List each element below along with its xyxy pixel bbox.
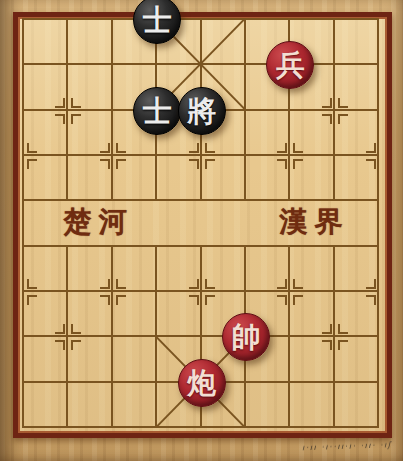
grid-line-horizontal — [22, 18, 379, 20]
star-point-bracket — [189, 159, 199, 169]
star-point-bracket — [322, 98, 332, 108]
star-point-bracket — [205, 159, 215, 169]
piece-glyph: 帥 — [232, 314, 261, 360]
piece-glyph: 士 — [143, 88, 172, 134]
star-point-bracket — [277, 279, 287, 289]
grid-line-vertical — [377, 18, 379, 428]
star-point-bracket — [27, 279, 37, 289]
river-label-right: 漢界 — [269, 205, 353, 239]
piece-black-advisor-2[interactable]: 士 — [133, 87, 181, 135]
star-point-bracket — [205, 279, 215, 289]
star-point-bracket — [189, 295, 199, 305]
piece-glyph: 士 — [143, 0, 172, 43]
star-point-bracket — [366, 295, 376, 305]
star-point-bracket — [71, 324, 81, 334]
star-point-bracket — [322, 324, 332, 334]
star-point-bracket — [189, 279, 199, 289]
star-point-bracket — [116, 143, 126, 153]
star-point-bracket — [27, 295, 37, 305]
star-point-bracket — [205, 143, 215, 153]
piece-glyph: 將 — [187, 88, 216, 134]
star-point-bracket — [293, 143, 303, 153]
xiangqi-game-screen: 士士將兵帥炮 楚河 漢界 ı·ıı ·ı··ıı·ı· ·ıı· ·ıʃ — [0, 0, 403, 461]
piece-glyph: 兵 — [276, 42, 305, 88]
star-point-bracket — [322, 340, 332, 350]
star-point-bracket — [366, 279, 376, 289]
grid-line-horizontal — [22, 154, 379, 156]
star-point-bracket — [277, 143, 287, 153]
star-point-bracket — [366, 143, 376, 153]
star-point-bracket — [100, 143, 110, 153]
star-point-bracket — [189, 143, 199, 153]
grid-line-horizontal — [22, 290, 379, 292]
star-point-bracket — [100, 295, 110, 305]
star-point-bracket — [338, 324, 348, 334]
star-point-bracket — [338, 340, 348, 350]
star-point-bracket — [71, 114, 81, 124]
star-point-bracket — [27, 159, 37, 169]
piece-red-general[interactable]: 帥 — [222, 313, 270, 361]
grid-line-horizontal — [22, 426, 379, 428]
star-point-bracket — [100, 159, 110, 169]
river-label-left: 楚河 — [53, 205, 137, 239]
star-point-bracket — [27, 143, 37, 153]
star-point-bracket — [55, 98, 65, 108]
grid-line-horizontal — [22, 245, 379, 247]
star-point-bracket — [338, 98, 348, 108]
star-point-bracket — [338, 114, 348, 124]
star-point-bracket — [277, 159, 287, 169]
grid-line-horizontal — [22, 199, 379, 201]
star-point-bracket — [366, 159, 376, 169]
star-point-bracket — [55, 114, 65, 124]
piece-black-general[interactable]: 將 — [178, 87, 226, 135]
star-point-bracket — [55, 324, 65, 334]
star-point-bracket — [100, 279, 110, 289]
star-point-bracket — [205, 295, 215, 305]
star-point-bracket — [71, 340, 81, 350]
piece-glyph: 炮 — [187, 360, 216, 406]
watermark-signature: ı·ıı ·ı··ıı·ı· ·ıı· ·ıʃ — [288, 440, 392, 453]
piece-red-cannon[interactable]: 炮 — [178, 359, 226, 407]
star-point-bracket — [71, 98, 81, 108]
star-point-bracket — [293, 279, 303, 289]
star-point-bracket — [116, 159, 126, 169]
star-point-bracket — [293, 159, 303, 169]
star-point-bracket — [293, 295, 303, 305]
star-point-bracket — [55, 340, 65, 350]
star-point-bracket — [322, 114, 332, 124]
grid-line-horizontal — [22, 335, 379, 337]
grid-line-vertical — [22, 18, 24, 428]
star-point-bracket — [277, 295, 287, 305]
piece-red-soldier[interactable]: 兵 — [266, 41, 314, 89]
star-point-bracket — [116, 279, 126, 289]
star-point-bracket — [116, 295, 126, 305]
